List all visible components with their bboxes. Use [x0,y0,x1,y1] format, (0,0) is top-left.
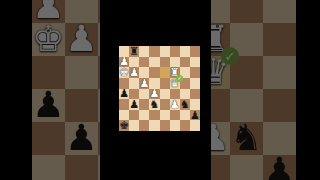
chess-board[interactable]: ♜♟♚♟♜♟♛♟♟♟♞♟♞♟♚✓ [119,46,200,131]
square-e8 [160,46,170,57]
square-a6: ♚ [32,23,65,56]
square-e6 [160,67,170,78]
square-f3: ♟ [170,99,180,110]
square-b3: ♟ [65,122,98,155]
square-g7 [180,57,190,68]
square-d8 [149,46,159,57]
square-b8: ♜ [129,46,139,57]
square-a5 [119,78,129,89]
square-h5 [190,78,200,89]
square-d7 [149,57,159,68]
square-a4: ♟ [119,89,129,100]
move-quality-checkmark-icon: ✓ [221,47,239,65]
square-a2 [32,155,65,180]
black-rook-b8: ♜ [129,46,139,57]
square-h6 [263,23,296,56]
square-h6 [190,67,200,78]
white-pawn-a7: ♟ [119,57,129,68]
square-h7 [263,0,296,23]
square-c6 [139,67,149,78]
square-d2 [149,110,159,121]
square-e1 [160,120,170,131]
square-d6 [149,67,159,78]
square-h3 [190,99,200,110]
square-g4 [180,89,190,100]
square-h4 [263,89,296,122]
black-pawn-h2: ♟ [190,110,200,121]
square-d4: ♟ [149,89,159,100]
black-pawn-a4: ♟ [119,89,129,100]
video-letterbox-column: ♜♟♚♟♜♟♛♟♟♟♞♟♞♟♚✓ [100,0,211,180]
square-a6: ♚ [119,67,129,78]
square-h3 [263,122,296,155]
square-a3 [32,122,65,155]
square-e4 [160,89,170,100]
square-a1: ♚ [119,120,129,131]
square-f7 [170,57,180,68]
square-b7 [129,57,139,68]
square-a7: ♟ [119,57,129,68]
black-knight-g3: ♞ [180,99,190,110]
square-b6: ♟ [129,67,139,78]
square-a7: ♟ [32,0,65,23]
square-e3 [160,99,170,110]
square-g4 [230,89,263,122]
white-pawn-b6: ♟ [65,23,97,56]
square-g3: ♞ [230,122,263,155]
square-e2 [160,110,170,121]
square-b5 [129,78,139,89]
square-f1 [170,120,180,131]
square-b3: ♟ [129,99,139,110]
square-h8 [190,46,200,57]
square-g1 [180,120,190,131]
square-g3: ♞ [180,99,190,110]
square-b1 [129,120,139,131]
square-e5 [160,78,170,89]
square-c7 [139,57,149,68]
square-h2: ♟ [190,110,200,121]
square-g2 [230,155,263,180]
square-c4 [139,89,149,100]
square-b2 [129,110,139,121]
square-d5 [149,78,159,89]
square-a8 [119,46,129,57]
square-d3: ♞ [149,99,159,110]
square-c5: ♟ [139,78,149,89]
white-pawn-d4: ♟ [150,89,160,100]
square-c1 [139,120,149,131]
square-e7 [160,57,170,68]
square-h1 [190,120,200,131]
square-d1 [149,120,159,131]
square-c2 [139,110,149,121]
black-pawn-b3: ♟ [65,122,97,155]
black-knight-d3: ♞ [150,99,160,110]
black-pawn-h2: ♟ [263,155,295,180]
square-a5 [32,56,65,89]
square-b2 [65,155,98,180]
square-f4 [170,89,180,100]
square-b5 [65,56,98,89]
move-quality-checkmark-icon: ✓ [176,75,183,82]
square-a2 [119,110,129,121]
square-g7 [230,0,263,23]
black-king-a1: ♚ [119,120,129,131]
square-f2 [170,110,180,121]
square-h2: ♟ [263,155,296,180]
white-king-a6: ♚ [32,23,64,56]
black-pawn-b3: ♟ [129,99,139,110]
white-pawn-f3: ♟ [170,99,180,110]
square-h7 [190,57,200,68]
square-h4 [190,89,200,100]
black-knight-g3: ♞ [230,122,262,155]
square-a4: ♟ [32,89,65,122]
square-b6: ♟ [65,23,98,56]
white-pawn-c5: ♟ [139,78,149,89]
square-h5 [263,56,296,89]
square-f8 [170,46,180,57]
white-pawn-b6: ♟ [129,67,139,78]
square-c3 [139,99,149,110]
square-c8 [139,46,149,57]
square-g2 [180,110,190,121]
square-b7 [65,0,98,23]
square-b4 [65,89,98,122]
shorts-video-frame: ♜♟♚♟♜♟♛♟♟♟♞♟♞♟♚✓ ♜♟♚♟♜♟♛♟♟♟♞♟♞♟♚✓ [0,0,320,180]
white-king-a6: ♚ [119,67,129,78]
white-pawn-a7: ♟ [32,0,64,23]
black-pawn-a4: ♟ [32,89,64,122]
square-a3 [119,99,129,110]
square-g8 [180,46,190,57]
square-b4 [129,89,139,100]
